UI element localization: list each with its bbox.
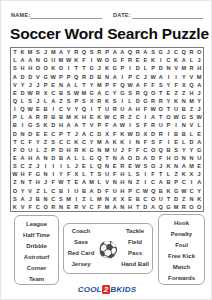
grid-cell[interactable]: A (65, 81, 73, 89)
grid-cell[interactable]: P (11, 113, 19, 121)
grid-cell[interactable]: B (34, 195, 42, 203)
grid-cell[interactable]: C (111, 113, 119, 121)
grid-cell[interactable]: T (157, 170, 165, 178)
grid-cell[interactable]: L (188, 56, 196, 64)
grid-cell[interactable]: P (65, 72, 73, 80)
grid-cell[interactable]: R (180, 203, 188, 211)
grid-cell[interactable]: R (34, 89, 42, 97)
grid-cell[interactable]: S (134, 170, 142, 178)
grid-cell[interactable]: O (195, 203, 203, 211)
grid-cell[interactable]: I (19, 121, 27, 129)
grid-cell[interactable]: O (11, 187, 19, 195)
grid-cell[interactable]: V (172, 64, 180, 72)
grid-cell[interactable]: H (34, 178, 42, 186)
grid-cell[interactable]: R (134, 48, 142, 56)
grid-cell[interactable]: E (65, 203, 73, 211)
grid-cell[interactable]: K (80, 146, 88, 154)
grid-cell[interactable]: A (157, 178, 165, 186)
grid-cell[interactable]: B (172, 129, 180, 137)
grid-cell[interactable]: M (65, 195, 73, 203)
grid-cell[interactable]: N (111, 154, 119, 162)
grid-cell[interactable]: S (26, 97, 34, 105)
grid-cell[interactable]: F (149, 170, 157, 178)
grid-cell[interactable]: C (88, 203, 96, 211)
grid-cell[interactable]: R (149, 97, 157, 105)
grid-cell[interactable]: F (142, 81, 150, 89)
grid-cell[interactable]: T (165, 195, 173, 203)
grid-cell[interactable]: S (172, 146, 180, 154)
grid-cell[interactable]: T (103, 154, 111, 162)
grid-cell[interactable]: N (119, 203, 127, 211)
grid-cell[interactable]: D (134, 64, 142, 72)
grid-cell[interactable]: N (111, 178, 119, 186)
grid-cell[interactable]: A (149, 203, 157, 211)
grid-cell[interactable]: A (80, 129, 88, 137)
grid-cell[interactable]: A (180, 162, 188, 170)
grid-cell[interactable]: Y (180, 146, 188, 154)
grid-cell[interactable]: O (165, 113, 173, 121)
grid-cell[interactable]: I (157, 56, 165, 64)
grid-cell[interactable]: T (157, 113, 165, 121)
grid-cell[interactable]: A (119, 48, 127, 56)
grid-cell[interactable]: F (149, 81, 157, 89)
grid-cell[interactable]: J (26, 195, 34, 203)
grid-cell[interactable]: M (26, 48, 34, 56)
grid-cell[interactable]: D (88, 72, 96, 80)
grid-cell[interactable]: A (11, 72, 19, 80)
grid-cell[interactable]: J (165, 48, 173, 56)
grid-cell[interactable]: J (34, 97, 42, 105)
grid-cell[interactable]: L (180, 138, 188, 146)
grid-cell[interactable]: F (134, 146, 142, 154)
grid-cell[interactable]: G (42, 56, 50, 64)
grid-cell[interactable]: B (80, 187, 88, 195)
grid-cell[interactable]: E (80, 162, 88, 170)
grid-cell[interactable]: A (111, 48, 119, 56)
grid-cell[interactable]: H (165, 154, 173, 162)
grid-cell[interactable]: Q (95, 154, 103, 162)
grid-cell[interactable]: W (149, 105, 157, 113)
grid-cell[interactable]: A (19, 56, 27, 64)
grid-cell[interactable]: A (65, 121, 73, 129)
grid-cell[interactable]: W (180, 187, 188, 195)
grid-cell[interactable]: G (88, 154, 96, 162)
grid-cell[interactable]: S (134, 121, 142, 129)
grid-cell[interactable]: C (188, 187, 196, 195)
grid-cell[interactable]: T (80, 64, 88, 72)
grid-cell[interactable]: R (34, 113, 42, 121)
grid-cell[interactable]: F (95, 203, 103, 211)
grid-cell[interactable]: Y (188, 146, 196, 154)
grid-cell[interactable]: A (26, 113, 34, 121)
grid-cell[interactable]: A (119, 154, 127, 162)
grid-cell[interactable]: A (80, 178, 88, 186)
name-blank-line[interactable] (30, 18, 102, 19)
grid-cell[interactable]: K (119, 129, 127, 137)
grid-cell[interactable]: F (126, 146, 134, 154)
grid-cell[interactable]: Q (157, 203, 165, 211)
grid-cell[interactable]: I (49, 105, 57, 113)
grid-cell[interactable]: H (19, 170, 27, 178)
grid-cell[interactable]: Q (19, 105, 27, 113)
grid-cell[interactable]: N (188, 154, 196, 162)
grid-cell[interactable]: Z (42, 138, 50, 146)
grid-cell[interactable]: T (88, 170, 96, 178)
grid-cell[interactable]: J (34, 162, 42, 170)
grid-cell[interactable]: Z (180, 195, 188, 203)
grid-cell[interactable]: K (111, 138, 119, 146)
grid-cell[interactable]: R (157, 97, 165, 105)
grid-cell[interactable]: T (157, 89, 165, 97)
grid-cell[interactable]: T (95, 105, 103, 113)
grid-cell[interactable]: S (34, 121, 42, 129)
grid-cell[interactable]: B (134, 195, 142, 203)
grid-cell[interactable]: M (95, 138, 103, 146)
grid-cell[interactable]: F (111, 170, 119, 178)
grid-cell[interactable]: Z (180, 89, 188, 97)
grid-cell[interactable]: S (188, 113, 196, 121)
grid-cell[interactable]: Q (11, 97, 19, 105)
grid-cell[interactable]: G (142, 97, 150, 105)
grid-cell[interactable]: D (19, 89, 27, 97)
grid-cell[interactable]: W (142, 187, 150, 195)
grid-cell[interactable]: J (195, 105, 203, 113)
grid-cell[interactable]: U (111, 187, 119, 195)
grid-cell[interactable]: M (180, 64, 188, 72)
grid-cell[interactable]: A (126, 105, 134, 113)
grid-cell[interactable]: A (195, 81, 203, 89)
grid-cell[interactable]: C (19, 138, 27, 146)
grid-cell[interactable]: O (157, 105, 165, 113)
grid-cell[interactable]: M (195, 72, 203, 80)
grid-cell[interactable]: Y (88, 138, 96, 146)
grid-cell[interactable]: I (126, 64, 134, 72)
grid-cell[interactable]: I (126, 138, 134, 146)
grid-cell[interactable]: R (126, 56, 134, 64)
grid-cell[interactable]: A (195, 178, 203, 186)
grid-cell[interactable]: A (26, 56, 34, 64)
grid-cell[interactable]: M (49, 48, 57, 56)
grid-cell[interactable]: M (88, 178, 96, 186)
grid-cell[interactable]: D (157, 64, 165, 72)
grid-cell[interactable]: L (88, 162, 96, 170)
grid-cell[interactable]: O (149, 146, 157, 154)
grid-cell[interactable]: C (49, 129, 57, 137)
grid-cell[interactable]: C (49, 89, 57, 97)
grid-cell[interactable]: G (172, 187, 180, 195)
grid-cell[interactable]: Z (26, 162, 34, 170)
grid-cell[interactable]: V (188, 121, 196, 129)
grid-cell[interactable]: U (111, 146, 119, 154)
grid-cell[interactable]: P (172, 178, 180, 186)
grid-cell[interactable]: P (165, 121, 173, 129)
grid-cell[interactable]: K (172, 56, 180, 64)
grid-cell[interactable]: E (142, 56, 150, 64)
grid-cell[interactable]: L (80, 154, 88, 162)
grid-cell[interactable]: X (42, 89, 50, 97)
grid-cell[interactable]: B (95, 72, 103, 80)
grid-cell[interactable]: K (19, 48, 27, 56)
grid-cell[interactable]: Z (126, 113, 134, 121)
grid-cell[interactable]: E (34, 105, 42, 113)
grid-cell[interactable]: J (72, 162, 80, 170)
grid-cell[interactable]: S (57, 195, 65, 203)
grid-cell[interactable]: W (149, 72, 157, 80)
grid-cell[interactable]: U (103, 170, 111, 178)
grid-cell[interactable]: G (111, 64, 119, 72)
grid-cell[interactable]: L (72, 81, 80, 89)
grid-cell[interactable]: J (195, 89, 203, 97)
grid-cell[interactable]: A (195, 138, 203, 146)
grid-cell[interactable]: U (103, 105, 111, 113)
grid-cell[interactable]: N (19, 129, 27, 137)
grid-cell[interactable]: W (65, 56, 73, 64)
grid-cell[interactable]: R (157, 129, 165, 137)
grid-cell[interactable]: I (142, 113, 150, 121)
grid-cell[interactable]: P (49, 146, 57, 154)
grid-cell[interactable]: T (11, 138, 19, 146)
grid-cell[interactable]: Y (180, 72, 188, 80)
grid-cell[interactable]: N (42, 154, 50, 162)
grid-cell[interactable]: E (195, 129, 203, 137)
grid-cell[interactable]: A (149, 113, 157, 121)
grid-cell[interactable]: C (65, 138, 73, 146)
grid-cell[interactable]: H (119, 170, 127, 178)
grid-cell[interactable]: L (142, 64, 150, 72)
grid-cell[interactable]: X (142, 129, 150, 137)
grid-cell[interactable]: G (88, 89, 96, 97)
grid-cell[interactable]: I (57, 162, 65, 170)
grid-cell[interactable]: N (19, 178, 27, 186)
grid-cell[interactable]: T (165, 105, 173, 113)
grid-cell[interactable]: R (80, 72, 88, 80)
grid-cell[interactable]: M (95, 195, 103, 203)
grid-cell[interactable]: E (126, 195, 134, 203)
grid-cell[interactable]: F (142, 138, 150, 146)
grid-cell[interactable]: J (142, 72, 150, 80)
grid-cell[interactable]: Z (42, 146, 50, 154)
grid-cell[interactable]: K (172, 97, 180, 105)
grid-cell[interactable]: G (119, 89, 127, 97)
grid-cell[interactable]: R (72, 146, 80, 154)
grid-cell[interactable]: R (49, 203, 57, 211)
grid-cell[interactable]: B (57, 154, 65, 162)
grid-cell[interactable]: N (180, 154, 188, 162)
grid-cell[interactable]: L (42, 97, 50, 105)
grid-cell[interactable]: H (26, 64, 34, 72)
grid-cell[interactable]: I (11, 105, 19, 113)
grid-cell[interactable]: H (119, 178, 127, 186)
grid-cell[interactable]: X (103, 129, 111, 137)
grid-cell[interactable]: H (195, 64, 203, 72)
grid-cell[interactable]: B (57, 89, 65, 97)
grid-cell[interactable]: X (180, 81, 188, 89)
grid-cell[interactable]: I (172, 121, 180, 129)
grid-cell[interactable]: D (26, 72, 34, 80)
grid-cell[interactable]: C (142, 195, 150, 203)
grid-cell[interactable]: F (142, 121, 150, 129)
grid-cell[interactable]: I (65, 64, 73, 72)
grid-cell[interactable]: Q (72, 72, 80, 80)
grid-cell[interactable]: A (72, 121, 80, 129)
grid-cell[interactable]: W (126, 81, 134, 89)
grid-cell[interactable]: I (72, 195, 80, 203)
grid-cell[interactable]: S (11, 195, 19, 203)
grid-cell[interactable]: Z (80, 195, 88, 203)
grid-cell[interactable]: W (57, 178, 65, 186)
grid-cell[interactable]: D (172, 195, 180, 203)
grid-cell[interactable]: C (57, 105, 65, 113)
grid-cell[interactable]: I (165, 129, 173, 137)
grid-cell[interactable]: G (157, 48, 165, 56)
grid-cell[interactable]: C (103, 89, 111, 97)
grid-cell[interactable]: N (126, 178, 134, 186)
grid-cell[interactable]: U (172, 105, 180, 113)
grid-cell[interactable]: S (111, 97, 119, 105)
grid-cell[interactable]: R (42, 113, 50, 121)
grid-cell[interactable]: D (11, 129, 19, 137)
grid-cell[interactable]: E (165, 89, 173, 97)
grid-cell[interactable]: R (188, 48, 196, 56)
grid-cell[interactable]: D (134, 154, 142, 162)
grid-cell[interactable]: C (149, 178, 157, 186)
grid-cell[interactable]: E (111, 162, 119, 170)
grid-cell[interactable]: C (165, 56, 173, 64)
grid-cell[interactable]: J (42, 178, 50, 186)
grid-cell[interactable]: Y (165, 97, 173, 105)
grid-cell[interactable]: O (34, 64, 42, 72)
grid-cell[interactable]: P (103, 48, 111, 56)
grid-cell[interactable]: C (172, 48, 180, 56)
grid-cell[interactable]: X (188, 170, 196, 178)
grid-cell[interactable]: K (49, 64, 57, 72)
grid-cell[interactable]: N (180, 121, 188, 129)
grid-cell[interactable]: F (111, 81, 119, 89)
grid-cell[interactable]: R (149, 121, 157, 129)
grid-cell[interactable]: W (95, 56, 103, 64)
grid-cell[interactable]: S (65, 89, 73, 97)
grid-cell[interactable]: E (42, 129, 50, 137)
grid-cell[interactable]: E (11, 154, 19, 162)
grid-cell[interactable]: F (80, 56, 88, 64)
grid-cell[interactable]: C (134, 113, 142, 121)
grid-cell[interactable]: D (142, 203, 150, 211)
grid-cell[interactable]: O (19, 146, 27, 154)
grid-cell[interactable]: Y (165, 81, 173, 89)
grid-cell[interactable]: H (134, 105, 142, 113)
grid-cell[interactable]: V (103, 178, 111, 186)
grid-cell[interactable]: N (103, 162, 111, 170)
grid-cell[interactable]: C (49, 187, 57, 195)
grid-cell[interactable]: K (72, 56, 80, 64)
grid-cell[interactable]: K (11, 203, 19, 211)
grid-cell[interactable]: W (49, 72, 57, 80)
grid-cell[interactable]: Q (126, 48, 134, 56)
grid-cell[interactable]: U (195, 154, 203, 162)
grid-cell[interactable]: V (65, 105, 73, 113)
grid-cell[interactable]: E (11, 89, 19, 97)
grid-cell[interactable]: G (111, 56, 119, 64)
grid-cell[interactable]: S (65, 97, 73, 105)
grid-cell[interactable]: J (157, 162, 165, 170)
grid-cell[interactable]: Y (19, 81, 27, 89)
grid-cell[interactable]: L (126, 170, 134, 178)
grid-cell[interactable]: G (165, 203, 173, 211)
grid-cell[interactable]: Q (157, 146, 165, 154)
grid-cell[interactable]: O (149, 162, 157, 170)
grid-cell[interactable]: F (103, 121, 111, 129)
grid-cell[interactable]: B (49, 113, 57, 121)
grid-cell[interactable]: C (80, 138, 88, 146)
grid-cell[interactable]: V (188, 72, 196, 80)
grid-cell[interactable]: O (188, 203, 196, 211)
grid-cell[interactable]: Y (88, 81, 96, 89)
grid-cell[interactable]: F (157, 138, 165, 146)
grid-cell[interactable]: J (42, 48, 50, 56)
grid-cell[interactable]: U (119, 105, 127, 113)
grid-cell[interactable]: K (165, 187, 173, 195)
grid-cell[interactable]: H (126, 203, 134, 211)
grid-cell[interactable]: R (95, 48, 103, 56)
grid-cell[interactable]: I (126, 121, 134, 129)
grid-cell[interactable]: W (72, 89, 80, 97)
grid-cell[interactable]: P (95, 121, 103, 129)
grid-cell[interactable]: S (11, 162, 19, 170)
grid-cell[interactable]: P (57, 129, 65, 137)
grid-cell[interactable]: T (80, 81, 88, 89)
grid-cell[interactable]: K (103, 97, 111, 105)
grid-cell[interactable]: V (26, 187, 34, 195)
grid-cell[interactable]: E (134, 56, 142, 64)
grid-cell[interactable]: C (180, 178, 188, 186)
grid-cell[interactable]: M (103, 146, 111, 154)
grid-cell[interactable]: M (95, 81, 103, 89)
grid-cell[interactable]: L (34, 146, 42, 154)
grid-cell[interactable]: H (57, 121, 65, 129)
grid-cell[interactable]: N (188, 195, 196, 203)
grid-cell[interactable]: E (34, 129, 42, 137)
grid-cell[interactable]: T (134, 203, 142, 211)
grid-cell[interactable]: O (57, 64, 65, 72)
grid-cell[interactable]: S (149, 138, 157, 146)
grid-cell[interactable]: D (149, 154, 157, 162)
grid-cell[interactable]: S (80, 97, 88, 105)
grid-cell[interactable]: E (49, 81, 57, 89)
grid-cell[interactable]: O (42, 64, 50, 72)
grid-cell[interactable]: I (142, 178, 150, 186)
grid-cell[interactable]: D (149, 129, 157, 137)
grid-cell[interactable]: B (57, 113, 65, 121)
grid-cell[interactable]: A (157, 72, 165, 80)
grid-cell[interactable]: K (72, 113, 80, 121)
grid-cell[interactable]: U (157, 195, 165, 203)
grid-cell[interactable]: S (34, 48, 42, 56)
grid-cell[interactable]: H (119, 187, 127, 195)
grid-cell[interactable]: G (180, 113, 188, 121)
grid-cell[interactable]: I (119, 97, 127, 105)
grid-cell[interactable]: Q (188, 81, 196, 89)
grid-cell[interactable]: P (57, 72, 65, 80)
grid-cell[interactable]: Y (57, 170, 65, 178)
grid-cell[interactable]: F (157, 154, 165, 162)
grid-cell[interactable]: A (95, 89, 103, 97)
grid-cell[interactable]: L (88, 195, 96, 203)
grid-cell[interactable]: A (103, 138, 111, 146)
grid-cell[interactable]: R (95, 97, 103, 105)
grid-cell[interactable]: I (65, 187, 73, 195)
grid-cell[interactable]: C (49, 195, 57, 203)
grid-cell[interactable]: X (119, 195, 127, 203)
